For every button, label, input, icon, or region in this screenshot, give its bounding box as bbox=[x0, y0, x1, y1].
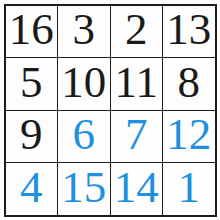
cell-r3c3: 7 bbox=[111, 111, 163, 163]
cell-r1c1: 16 bbox=[6, 6, 58, 58]
cell-r3c2: 6 bbox=[58, 111, 110, 163]
magic-square-board: 16321351011896712415141 bbox=[4, 4, 217, 217]
cell-r4c3: 14 bbox=[111, 163, 163, 215]
cell-r4c2: 15 bbox=[58, 163, 110, 215]
cell-r3c4: 12 bbox=[163, 111, 215, 163]
cell-r2c1: 5 bbox=[6, 58, 58, 110]
magic-square-diagram: 16321351011896712415141 bbox=[0, 0, 220, 220]
cell-r1c3: 2 bbox=[111, 6, 163, 58]
cell-r4c4: 1 bbox=[163, 163, 215, 215]
cell-r2c4: 8 bbox=[163, 58, 215, 110]
cell-r1c2: 3 bbox=[58, 6, 110, 58]
cell-r3c1: 9 bbox=[6, 111, 58, 163]
cell-r4c1: 4 bbox=[6, 163, 58, 215]
cell-r1c4: 13 bbox=[163, 6, 215, 58]
cell-r2c2: 10 bbox=[58, 58, 110, 110]
cell-r2c3: 11 bbox=[111, 58, 163, 110]
